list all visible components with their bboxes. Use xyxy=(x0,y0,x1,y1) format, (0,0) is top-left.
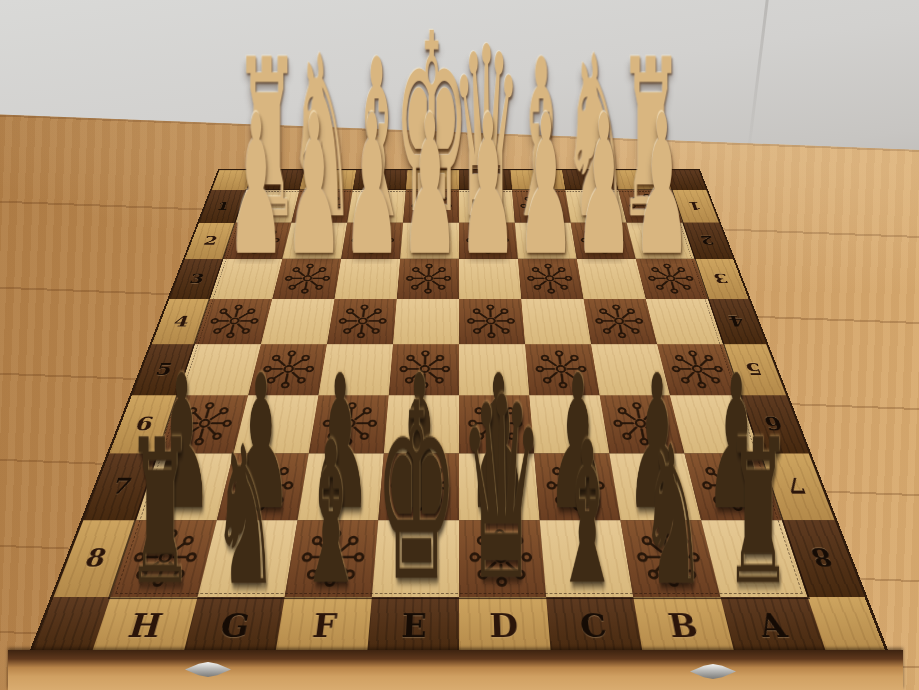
file-label-e: E xyxy=(367,597,459,655)
file-label-cell-d: D xyxy=(459,597,551,655)
square-h2[interactable]: ♟ xyxy=(223,223,291,259)
burned-rosette-ornament xyxy=(403,263,453,295)
square-h3[interactable] xyxy=(210,259,282,299)
burned-rosette-ornament xyxy=(465,303,518,339)
file-label-cell-f: F xyxy=(275,597,372,655)
square-b2[interactable]: ♟ xyxy=(571,223,636,259)
piece-black-bishop-c8[interactable]: ♝ xyxy=(554,416,620,612)
square-e3[interactable] xyxy=(397,259,459,299)
chess-board: 1♜♞♝♚♛♝♞♜12♟♟♟♟♟♟♟♟2334455667♟♟♟♟♟♟♟♟78♜… xyxy=(31,170,887,655)
piece-white-pawn-f2[interactable]: ♟ xyxy=(343,89,401,282)
file-label-f: F xyxy=(275,597,372,655)
burned-rosette-ornament xyxy=(279,263,334,295)
square-d3[interactable] xyxy=(459,259,521,299)
square-c8[interactable]: ♝ xyxy=(540,520,634,597)
photo-scene: 1♜♞♝♚♛♝♞♜12♟♟♟♟♟♟♟♟2334455667♟♟♟♟♟♟♟♟78♜… xyxy=(0,0,919,690)
board-perspective-wrap: 1♜♞♝♚♛♝♞♜12♟♟♟♟♟♟♟♟2334455667♟♟♟♟♟♟♟♟78♜… xyxy=(31,16,887,655)
rank-label-right-3: 3 xyxy=(695,259,749,299)
piece-white-pawn-b2[interactable]: ♟ xyxy=(575,89,633,282)
piece-black-rook-a8[interactable]: ♜ xyxy=(725,413,792,612)
square-f2[interactable]: ♟ xyxy=(341,223,403,259)
square-d8[interactable]: ♛ xyxy=(459,520,546,597)
file-label-cell-e: E xyxy=(367,597,459,655)
file-label-b: B xyxy=(633,597,735,655)
square-f3[interactable] xyxy=(334,259,400,299)
burned-rosette-ornament xyxy=(591,303,650,339)
piece-white-pawn-e2[interactable]: ♟ xyxy=(401,89,459,282)
rank-label-cell-left-3: 3 xyxy=(169,259,223,299)
file-label-cell-g: G xyxy=(183,597,285,655)
square-b3[interactable] xyxy=(577,259,646,299)
square-g8[interactable]: ♞ xyxy=(197,520,297,597)
metal-clasp-right xyxy=(690,664,736,679)
square-c3[interactable] xyxy=(518,259,584,299)
file-label-cell-b: B xyxy=(633,597,735,655)
piece-black-bishop-f8[interactable]: ♝ xyxy=(298,416,364,612)
rank-label-left-3: 3 xyxy=(169,259,223,299)
file-label-g: G xyxy=(183,597,285,655)
square-g3[interactable] xyxy=(272,259,341,299)
square-a2[interactable]: ♟ xyxy=(627,223,695,259)
file-label-h: H xyxy=(91,597,197,655)
piece-black-rook-h8[interactable]: ♜ xyxy=(126,413,193,612)
file-label-cell-a: A xyxy=(721,597,827,655)
board-box-front-edge xyxy=(8,650,903,690)
piece-white-pawn-h2[interactable]: ♟ xyxy=(227,89,285,282)
piece-black-king-e8[interactable]: ♚ xyxy=(375,372,457,616)
piece-black-knight-g8[interactable]: ♞ xyxy=(213,420,278,612)
square-g2[interactable]: ♟ xyxy=(282,223,347,259)
file-label-d: D xyxy=(459,597,551,655)
piece-white-pawn-a2[interactable]: ♟ xyxy=(633,89,691,282)
piece-white-pawn-g2[interactable]: ♟ xyxy=(285,89,343,282)
piece-white-pawn-d2[interactable]: ♟ xyxy=(459,89,517,282)
burned-rosette-ornament xyxy=(643,263,701,295)
file-label-c: C xyxy=(546,597,643,655)
file-label-cell-c: C xyxy=(546,597,643,655)
rank-label-cell-right-3: 3 xyxy=(695,259,749,299)
square-f8[interactable]: ♝ xyxy=(285,520,379,597)
burned-rosette-ornament xyxy=(524,263,576,295)
square-c2[interactable]: ♟ xyxy=(515,223,577,259)
file-label-a: A xyxy=(721,597,827,655)
square-e8[interactable]: ♚ xyxy=(372,520,459,597)
metal-clasp-left xyxy=(185,662,231,677)
file-label-cell-h: H xyxy=(91,597,197,655)
burned-rosette-ornament xyxy=(334,303,390,339)
piece-black-knight-b8[interactable]: ♞ xyxy=(641,420,706,612)
square-d2[interactable]: ♟ xyxy=(459,223,518,259)
burned-rosette-ornament xyxy=(203,303,265,339)
square-e2[interactable]: ♟ xyxy=(400,223,459,259)
piece-white-pawn-c2[interactable]: ♟ xyxy=(517,89,575,282)
piece-black-queen-d8[interactable]: ♛ xyxy=(459,365,544,617)
